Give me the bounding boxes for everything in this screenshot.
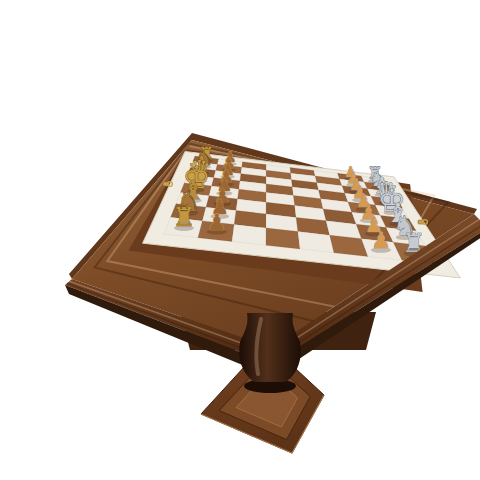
svg-text:♟: ♟ [371, 227, 391, 253]
piece-black-pawn: ♟ [371, 227, 391, 253]
scene-svg: ♜♟♞♟♝♟♟♛♜♟♟♞♚♟♟♝♟♝♛♟♟♚♞♟♟♝♜♟♟♞♟♜ [40, 16, 480, 480]
svg-text:♟: ♟ [207, 209, 227, 235]
piece-white-rook: ♜ [172, 202, 195, 232]
chess-table-photo: Wooden pedestal chess table with inlaid … [40, 16, 480, 480]
pedestal-column [239, 313, 301, 382]
svg-text:♜: ♜ [172, 202, 195, 232]
sq-h4 [266, 228, 300, 249]
piece-white-pawn: ♟ [207, 209, 227, 235]
sq-h3 [232, 225, 266, 246]
